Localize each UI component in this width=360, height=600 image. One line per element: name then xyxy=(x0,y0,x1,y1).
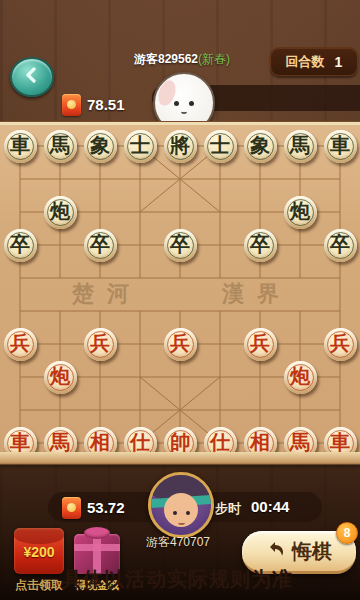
piece-black-象-c3r1[interactable]: 象 xyxy=(84,130,117,163)
piece-glyph: 士 xyxy=(210,129,230,162)
piece-glyph: 卒 xyxy=(10,228,30,261)
river-label-han: 漢界 xyxy=(222,279,292,309)
piece-glyph: 卒 xyxy=(250,228,270,261)
cat-eye-left xyxy=(174,101,179,106)
piece-glyph: 馬 xyxy=(290,426,310,459)
player-avatar xyxy=(148,472,214,538)
piece-black-卒-c7r4[interactable]: 卒 xyxy=(244,229,277,262)
piece-glyph: 仕 xyxy=(130,426,150,459)
gift-bow xyxy=(84,527,110,539)
cash-envelope-button[interactable]: ¥200 xyxy=(14,528,64,574)
back-chevron-icon xyxy=(24,67,40,87)
piece-black-士-c6r1[interactable]: 士 xyxy=(204,130,237,163)
piece-red-兵-c9r7[interactable]: 兵 xyxy=(324,328,357,361)
piece-black-炮-c8r3[interactable]: 炮 xyxy=(284,196,317,229)
event-disclaimer-text: 具体以活动实际规则为准 xyxy=(62,566,358,593)
move-time-label: 步时 xyxy=(215,500,241,518)
piece-red-炮-c2r8[interactable]: 炮 xyxy=(44,361,77,394)
piece-glyph: 兵 xyxy=(90,327,110,360)
piece-black-士-c4r1[interactable]: 士 xyxy=(124,130,157,163)
cash-envelope-amount: ¥200 xyxy=(14,544,64,560)
avatar-eye-right xyxy=(186,511,190,515)
player-name: 游客470707 xyxy=(118,534,238,551)
piece-black-馬-c2r1[interactable]: 馬 xyxy=(44,130,77,163)
piece-black-卒-c5r4[interactable]: 卒 xyxy=(164,229,197,262)
round-counter: 回合数 1 xyxy=(270,47,358,76)
piece-glyph: 兵 xyxy=(250,327,270,360)
red-envelope-icon xyxy=(62,497,81,519)
piece-glyph: 馬 xyxy=(50,129,70,162)
piece-black-將-c5r1[interactable]: 將 xyxy=(164,130,197,163)
piece-glyph: 車 xyxy=(10,426,30,459)
piece-glyph: 車 xyxy=(330,426,350,459)
piece-glyph: 仕 xyxy=(210,426,230,459)
xiangqi-board: 楚河 漢界 車馬象士將士象馬車炮炮卒卒卒卒卒兵兵兵兵兵炮炮車馬相仕帥仕相馬車 xyxy=(0,122,360,455)
cat-mouth xyxy=(181,109,187,114)
piece-glyph: 馬 xyxy=(50,426,70,459)
piece-glyph: 車 xyxy=(330,129,350,162)
piece-glyph: 相 xyxy=(250,426,270,459)
cat-eye-right xyxy=(189,101,194,106)
piece-black-炮-c2r3[interactable]: 炮 xyxy=(44,196,77,229)
piece-glyph: 炮 xyxy=(50,360,70,393)
piece-glyph: 相 xyxy=(90,426,110,459)
piece-glyph: 兵 xyxy=(10,327,30,360)
piece-glyph: 兵 xyxy=(330,327,350,360)
piece-red-兵-c5r7[interactable]: 兵 xyxy=(164,328,197,361)
piece-glyph: 馬 xyxy=(290,129,310,162)
piece-glyph: 炮 xyxy=(290,195,310,228)
opponent-name-text: 游客829562 xyxy=(134,52,198,66)
round-counter-label: 回合数 xyxy=(286,53,325,71)
piece-glyph: 帥 xyxy=(170,426,190,459)
river-label-chu: 楚河 xyxy=(72,279,142,309)
player-balance: 53.72 xyxy=(87,499,125,516)
piece-black-象-c7r1[interactable]: 象 xyxy=(244,130,277,163)
piece-glyph: 兵 xyxy=(170,327,190,360)
opponent-balance: 78.51 xyxy=(87,96,125,113)
piece-black-卒-c1r4[interactable]: 卒 xyxy=(4,229,37,262)
piece-red-兵-c7r7[interactable]: 兵 xyxy=(244,328,277,361)
opponent-tag: (新春) xyxy=(198,52,230,66)
piece-glyph: 車 xyxy=(10,129,30,162)
piece-black-車-c1r1[interactable]: 車 xyxy=(4,130,37,163)
piece-glyph: 士 xyxy=(130,129,150,162)
move-time-value: 00:44 xyxy=(251,498,289,515)
piece-glyph: 炮 xyxy=(50,195,70,228)
piece-glyph: 卒 xyxy=(330,228,350,261)
piece-glyph: 象 xyxy=(90,129,110,162)
piece-black-車-c9r1[interactable]: 車 xyxy=(324,130,357,163)
piece-glyph: 將 xyxy=(170,129,190,162)
board-grid-lines xyxy=(0,125,360,455)
piece-red-兵-c3r7[interactable]: 兵 xyxy=(84,328,117,361)
piece-black-卒-c9r4[interactable]: 卒 xyxy=(324,229,357,262)
xiangqi-game-screen: 游客829562(新春) 78.51 回合数 1 xyxy=(0,0,360,600)
opponent-name: 游客829562(新春) xyxy=(92,51,272,68)
piece-black-卒-c3r4[interactable]: 卒 xyxy=(84,229,117,262)
piece-glyph: 卒 xyxy=(170,228,190,261)
avatar-eye-left xyxy=(173,511,177,515)
piece-glyph: 炮 xyxy=(290,360,310,393)
undo-arrow-icon xyxy=(266,541,286,561)
undo-count-badge: 8 xyxy=(336,522,358,544)
undo-button-label: 悔棋 xyxy=(292,538,332,565)
round-counter-value: 1 xyxy=(335,54,343,70)
piece-glyph: 卒 xyxy=(90,228,110,261)
red-envelope-icon xyxy=(62,94,81,116)
piece-glyph: 象 xyxy=(250,129,270,162)
back-button[interactable] xyxy=(10,57,54,97)
piece-red-兵-c1r7[interactable]: 兵 xyxy=(4,328,37,361)
piece-red-炮-c8r8[interactable]: 炮 xyxy=(284,361,317,394)
avatar-mouth xyxy=(178,520,185,525)
piece-black-馬-c8r1[interactable]: 馬 xyxy=(284,130,317,163)
